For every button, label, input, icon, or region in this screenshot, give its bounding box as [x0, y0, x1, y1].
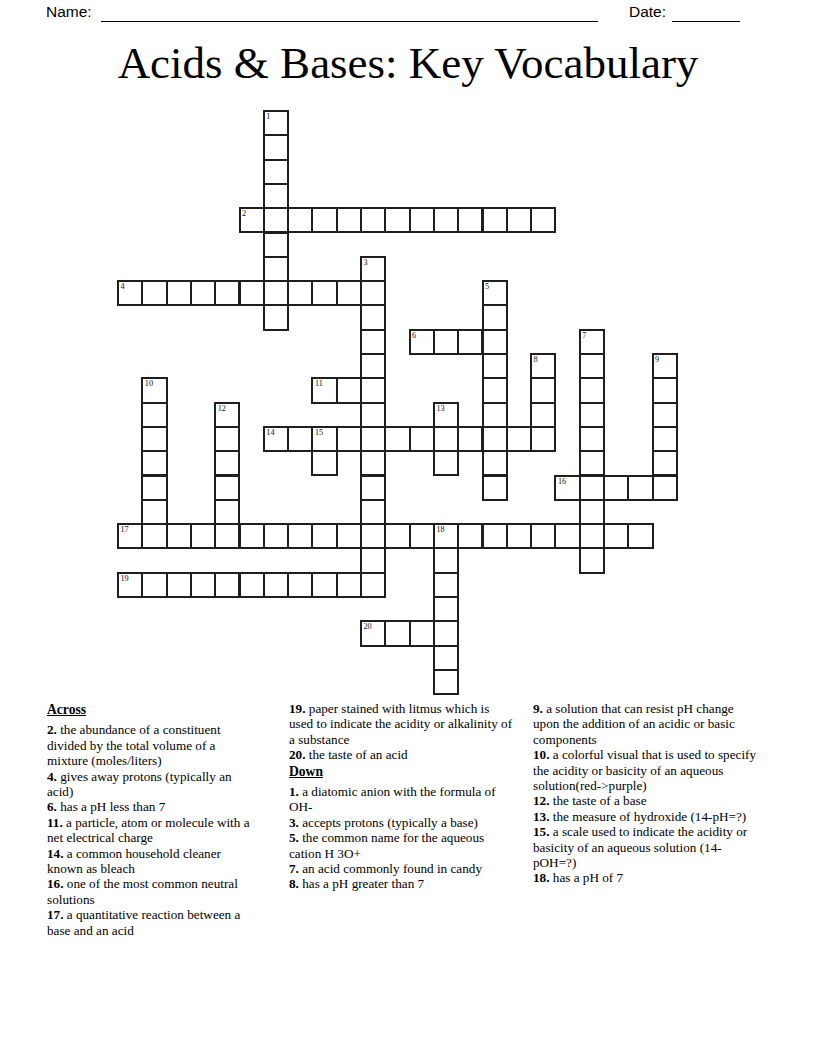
clue-text: has a pH of 7	[553, 870, 623, 885]
grid-cell[interactable]	[263, 207, 289, 233]
clue-number: 12.	[533, 793, 549, 808]
grid-cell[interactable]	[263, 304, 289, 330]
clue: 7. an acid commonly found in candy	[289, 861, 516, 876]
clue-column-2: 19. paper stained with litmus which is u…	[289, 701, 516, 892]
clue: 16. one of the most common neutral solut…	[47, 876, 259, 907]
clue: 11. a particle, atom or molecule with a …	[47, 815, 259, 846]
grid-cell[interactable]	[579, 402, 605, 428]
clue: 3. accepts protons (typically a base)	[289, 815, 516, 830]
grid-cell[interactable]	[579, 475, 605, 501]
clue-number: 2.	[47, 722, 57, 737]
name-label: Name:	[46, 2, 92, 22]
grid-cell[interactable]	[652, 475, 678, 501]
grid-cell[interactable]	[506, 426, 532, 452]
grid-cell[interactable]	[263, 523, 289, 549]
grid-cell[interactable]	[190, 572, 216, 598]
clue-number: 1.	[289, 784, 299, 799]
grid-cell[interactable]	[311, 572, 337, 598]
grid-cell[interactable]	[579, 499, 605, 525]
grid-cell[interactable]	[579, 377, 605, 403]
grid-cell[interactable]	[482, 377, 508, 403]
clue-number: 17.	[47, 907, 63, 922]
clue-text: the common name for the aqueous cation H…	[289, 830, 484, 860]
grid-cell[interactable]	[433, 620, 459, 646]
grid-cell[interactable]: 11	[311, 377, 337, 403]
cell-number: 11	[315, 379, 323, 388]
clue-number: 19.	[289, 701, 305, 716]
grid-cell[interactable]	[214, 450, 240, 476]
grid-cell[interactable]	[214, 426, 240, 452]
clue: 20. the taste of an acid	[289, 747, 516, 762]
grid-cell[interactable]: 7	[579, 329, 605, 355]
grid-cell[interactable]	[360, 402, 386, 428]
clue-number: 15.	[533, 824, 549, 839]
grid-cell[interactable]	[263, 572, 289, 598]
grid-cell[interactable]: 18	[433, 523, 459, 549]
grid-cell[interactable]	[141, 572, 167, 598]
date-input-line[interactable]	[672, 1, 740, 22]
grid-cell[interactable]	[166, 280, 192, 306]
grid-cell[interactable]	[239, 280, 265, 306]
grid-cell[interactable]	[530, 426, 556, 452]
grid-cell[interactable]	[433, 450, 459, 476]
cell-number: 20	[364, 622, 372, 631]
grid-cell[interactable]	[457, 523, 483, 549]
grid-cell[interactable]	[360, 353, 386, 379]
grid-cell[interactable]	[214, 475, 240, 501]
grid-cell[interactable]: 13	[433, 402, 459, 428]
grid-cell[interactable]	[360, 426, 386, 452]
grid-cell[interactable]	[482, 426, 508, 452]
grid-cell[interactable]	[652, 450, 678, 476]
grid-cell[interactable]	[141, 450, 167, 476]
clue-text: paper stained with litmus which is used …	[289, 701, 512, 747]
grid-cell[interactable]	[482, 207, 508, 233]
grid-cell[interactable]	[336, 426, 362, 452]
grid-cell[interactable]	[166, 523, 192, 549]
clue: 4. gives away protons (typically an acid…	[47, 769, 259, 800]
grid-cell[interactable]	[190, 280, 216, 306]
grid-cell[interactable]	[166, 572, 192, 598]
grid-cell[interactable]	[579, 547, 605, 573]
clue-text: a quantitative reaction between a base a…	[47, 907, 240, 937]
grid-cell[interactable]	[263, 134, 289, 160]
grid-cell[interactable]	[360, 207, 386, 233]
grid-cell[interactable]	[336, 207, 362, 233]
grid-cell[interactable]	[384, 523, 410, 549]
grid-cell[interactable]	[384, 620, 410, 646]
grid-cell[interactable]: 19	[117, 572, 143, 598]
clue-text: gives away protons (typically an acid)	[47, 769, 232, 799]
clue-text: a particle, atom or molecule with a net …	[47, 815, 250, 845]
clue-text: accepts protons (typically a base)	[302, 815, 478, 830]
grid-cell[interactable]	[287, 426, 313, 452]
name-input-line[interactable]	[101, 1, 598, 22]
grid-cell[interactable]	[263, 183, 289, 209]
grid-cell[interactable]	[530, 523, 556, 549]
grid-cell[interactable]	[360, 329, 386, 355]
grid-cell[interactable]	[360, 304, 386, 330]
cell-number: 2	[242, 209, 246, 218]
grid-cell[interactable]: 6	[409, 329, 435, 355]
grid-cell[interactable]	[482, 304, 508, 330]
clue: 14. a common household cleaner known as …	[47, 846, 259, 877]
grid-cell[interactable]	[263, 256, 289, 282]
clue-number: 14.	[47, 846, 63, 861]
grid-cell[interactable]	[433, 426, 459, 452]
grid-cell[interactable]: 15	[311, 426, 337, 452]
clue-number: 10.	[533, 747, 549, 762]
grid-cell[interactable]	[263, 159, 289, 185]
grid-cell[interactable]	[360, 280, 386, 306]
grid-cell[interactable]	[482, 450, 508, 476]
grid-cell[interactable]: 17	[117, 523, 143, 549]
grid-cell[interactable]	[482, 329, 508, 355]
clue: 5. the common name for the aqueous catio…	[289, 830, 516, 861]
grid-cell[interactable]: 16	[554, 475, 580, 501]
clue-text: a diatomic anion with the formula of OH-	[289, 784, 496, 814]
clue: 13. the measure of hydroxide (14-pH=?)	[533, 809, 761, 824]
clue-text: the measure of hydroxide (14-pH=?)	[553, 809, 746, 824]
clue-text: a common household cleaner known as blea…	[47, 846, 221, 876]
grid-cell[interactable]	[263, 232, 289, 258]
clue: 1. a diatomic anion with the formula of …	[289, 784, 516, 815]
grid-cell[interactable]: 4	[117, 280, 143, 306]
clue-text: has a pH greater than 7	[302, 876, 424, 891]
grid-cell[interactable]	[579, 426, 605, 452]
grid-cell[interactable]	[360, 377, 386, 403]
grid-cell[interactable]: 5	[482, 280, 508, 306]
grid-cell[interactable]	[141, 475, 167, 501]
clue-text: one of the most common neutral solutions	[47, 876, 238, 906]
grid-cell[interactable]	[336, 280, 362, 306]
cell-number: 13	[436, 404, 444, 413]
grid-cell[interactable]	[652, 377, 678, 403]
grid-cell[interactable]: 12	[214, 402, 240, 428]
clue-number: 5.	[289, 830, 299, 845]
grid-cell[interactable]: 2	[239, 207, 265, 233]
clue-text: a solution that can resist pH change upo…	[533, 701, 735, 747]
grid-cell[interactable]	[214, 280, 240, 306]
clue-text: an acid commonly found in candy	[302, 861, 482, 876]
grid-cell[interactable]	[433, 207, 459, 233]
grid-cell[interactable]	[530, 207, 556, 233]
clue: 6. has a pH less than 7	[47, 799, 259, 814]
grid-cell[interactable]	[433, 572, 459, 598]
grid-cell[interactable]: 14	[263, 426, 289, 452]
down-heading: Down	[289, 764, 516, 779]
clue: 15. a scale used to indicate the acidity…	[533, 824, 761, 870]
grid-cell[interactable]	[554, 523, 580, 549]
grid-cell[interactable]	[336, 523, 362, 549]
grid-cell[interactable]	[506, 523, 532, 549]
grid-cell[interactable]	[287, 207, 313, 233]
grid-cell[interactable]	[482, 353, 508, 379]
clue: 8. has a pH greater than 7	[289, 876, 516, 891]
clue: 18. has a pH of 7	[533, 870, 761, 885]
grid-cell[interactable]	[652, 426, 678, 452]
grid-cell[interactable]	[433, 547, 459, 573]
cell-number: 16	[558, 477, 566, 486]
grid-cell[interactable]	[530, 377, 556, 403]
clue-number: 16.	[47, 876, 63, 891]
clue-text: the taste of an acid	[309, 747, 408, 762]
grid-cell[interactable]	[384, 426, 410, 452]
cell-number: 12	[218, 404, 226, 413]
grid-cell[interactable]	[360, 547, 386, 573]
cell-number: 9	[655, 355, 659, 364]
clue-number: 6.	[47, 799, 57, 814]
grid-cell[interactable]	[506, 207, 532, 233]
grid-cell[interactable]	[433, 329, 459, 355]
grid-cell[interactable]	[482, 475, 508, 501]
clue: 2. the abundance of a constituent divide…	[47, 722, 259, 768]
clue-column-1: Across2. the abundance of a constituent …	[47, 701, 259, 938]
grid-cell[interactable]: 8	[530, 353, 556, 379]
grid-cell[interactable]	[141, 402, 167, 428]
clue-number: 7.	[289, 861, 299, 876]
cell-number: 7	[582, 331, 586, 340]
grid-cell[interactable]	[482, 402, 508, 428]
grid-cell[interactable]	[311, 523, 337, 549]
cell-number: 4	[121, 282, 125, 291]
crossword-grid: 1234567891011121314151617181920	[117, 110, 679, 696]
clue-number: 13.	[533, 809, 549, 824]
grid-cell[interactable]	[214, 523, 240, 549]
grid-cell[interactable]	[311, 280, 337, 306]
grid-cell[interactable]	[457, 426, 483, 452]
grid-cell[interactable]	[384, 207, 410, 233]
cell-number: 1	[266, 112, 270, 121]
grid-cell[interactable]	[360, 499, 386, 525]
grid-cell[interactable]	[409, 620, 435, 646]
clue-number: 3.	[289, 815, 299, 830]
grid-cell[interactable]	[579, 450, 605, 476]
grid-cell[interactable]	[141, 499, 167, 525]
grid-cell[interactable]	[239, 523, 265, 549]
grid-cell[interactable]	[433, 669, 459, 695]
grid-cell[interactable]	[457, 207, 483, 233]
grid-cell[interactable]	[214, 572, 240, 598]
grid-cell[interactable]	[311, 450, 337, 476]
date-label: Date:	[629, 2, 666, 22]
grid-cell[interactable]	[141, 523, 167, 549]
grid-cell[interactable]	[141, 280, 167, 306]
clue-number: 4.	[47, 769, 57, 784]
clue: 12. the taste of a base	[533, 793, 761, 808]
clue-text: the abundance of a constituent divided b…	[47, 722, 221, 768]
clue-number: 8.	[289, 876, 299, 891]
grid-cell[interactable]	[263, 280, 289, 306]
grid-cell[interactable]	[579, 353, 605, 379]
clue-text: the taste of a base	[553, 793, 647, 808]
clue: 19. paper stained with litmus which is u…	[289, 701, 516, 747]
grid-cell[interactable]	[287, 523, 313, 549]
worksheet-page: Name: Date: Acids & Bases: Key Vocabular…	[0, 0, 816, 1056]
grid-cell[interactable]	[336, 572, 362, 598]
grid-cell[interactable]	[409, 207, 435, 233]
clue: 10. a colorful visual that is used to sp…	[533, 747, 761, 793]
grid-cell[interactable]	[579, 523, 605, 549]
grid-cell[interactable]	[360, 450, 386, 476]
clue-number: 18.	[533, 870, 549, 885]
cell-number: 5	[485, 282, 489, 291]
grid-cell[interactable]	[239, 572, 265, 598]
grid-cell[interactable]	[627, 475, 653, 501]
grid-cell[interactable]	[360, 475, 386, 501]
grid-cell[interactable]: 3	[360, 256, 386, 282]
grid-cell[interactable]: 9	[652, 353, 678, 379]
grid-cell[interactable]	[603, 523, 629, 549]
cell-number: 15	[315, 428, 323, 437]
cell-number: 10	[145, 379, 153, 388]
cell-number: 6	[412, 331, 416, 340]
grid-cell[interactable]	[360, 523, 386, 549]
grid-cell[interactable]	[627, 523, 653, 549]
clue-text: a scale used to indicate the acidity or …	[533, 824, 747, 870]
cell-number: 14	[266, 428, 274, 437]
clue-text: has a pH less than 7	[60, 799, 165, 814]
clue-number: 9.	[533, 701, 543, 716]
grid-cell[interactable]	[360, 572, 386, 598]
grid-cell[interactable]	[214, 499, 240, 525]
grid-cell[interactable]	[190, 523, 216, 549]
clue: 9. a solution that can resist pH change …	[533, 701, 761, 747]
clue-text: a colorful visual that is used to specif…	[533, 747, 756, 793]
grid-cell[interactable]	[457, 329, 483, 355]
across-heading: Across	[47, 702, 259, 717]
grid-cell[interactable]	[530, 402, 556, 428]
grid-cell[interactable]	[336, 377, 362, 403]
grid-cell[interactable]	[433, 596, 459, 622]
clue-number: 11.	[47, 815, 63, 830]
grid-cell[interactable]: 10	[141, 377, 167, 403]
cell-number: 3	[364, 258, 368, 267]
clue: 17. a quantitative reaction between a ba…	[47, 907, 259, 938]
cell-number: 19	[121, 574, 129, 583]
grid-cell[interactable]	[409, 523, 435, 549]
grid-cell[interactable]	[482, 523, 508, 549]
page-title: Acids & Bases: Key Vocabulary	[0, 36, 816, 90]
cell-number: 17	[121, 525, 129, 534]
grid-cell[interactable]	[409, 426, 435, 452]
grid-cell[interactable]	[311, 207, 337, 233]
grid-cell[interactable]: 1	[263, 110, 289, 136]
cell-number: 8	[534, 355, 538, 364]
grid-cell[interactable]	[652, 402, 678, 428]
clue-number: 20.	[289, 747, 305, 762]
grid-cell[interactable]	[141, 426, 167, 452]
cell-number: 18	[436, 525, 444, 534]
grid-cell[interactable]	[433, 645, 459, 671]
grid-cell[interactable]	[603, 475, 629, 501]
clue-column-3: 9. a solution that can resist pH change …	[533, 701, 761, 886]
grid-cell[interactable]: 20	[360, 620, 386, 646]
grid-cell[interactable]	[287, 280, 313, 306]
grid-cell[interactable]	[287, 572, 313, 598]
